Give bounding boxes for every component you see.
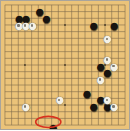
white-stone: ● [103,35,110,42]
black-stone: ● [110,22,117,29]
hoshi-point [104,24,106,26]
white-stone: ● [29,22,36,29]
hoshi-point [64,24,66,26]
white-stone: ● [22,103,29,110]
white-stone: ● [56,96,63,103]
white-stone: ● [110,103,117,110]
black-stone: ● [83,90,90,97]
black-stone: ● [90,103,97,110]
go-board[interactable]: ●●●●●●●●●●●●●●●●●●●●●●●● [0,0,130,130]
black-stone: ● [49,124,56,131]
black-stone: ● [42,15,49,22]
hoshi-point [24,64,26,66]
black-stone: ● [90,22,97,29]
white-stone: ● [96,76,103,83]
hoshi-point [64,104,66,106]
hoshi-point [64,64,66,66]
white-stone: ● [110,63,117,70]
